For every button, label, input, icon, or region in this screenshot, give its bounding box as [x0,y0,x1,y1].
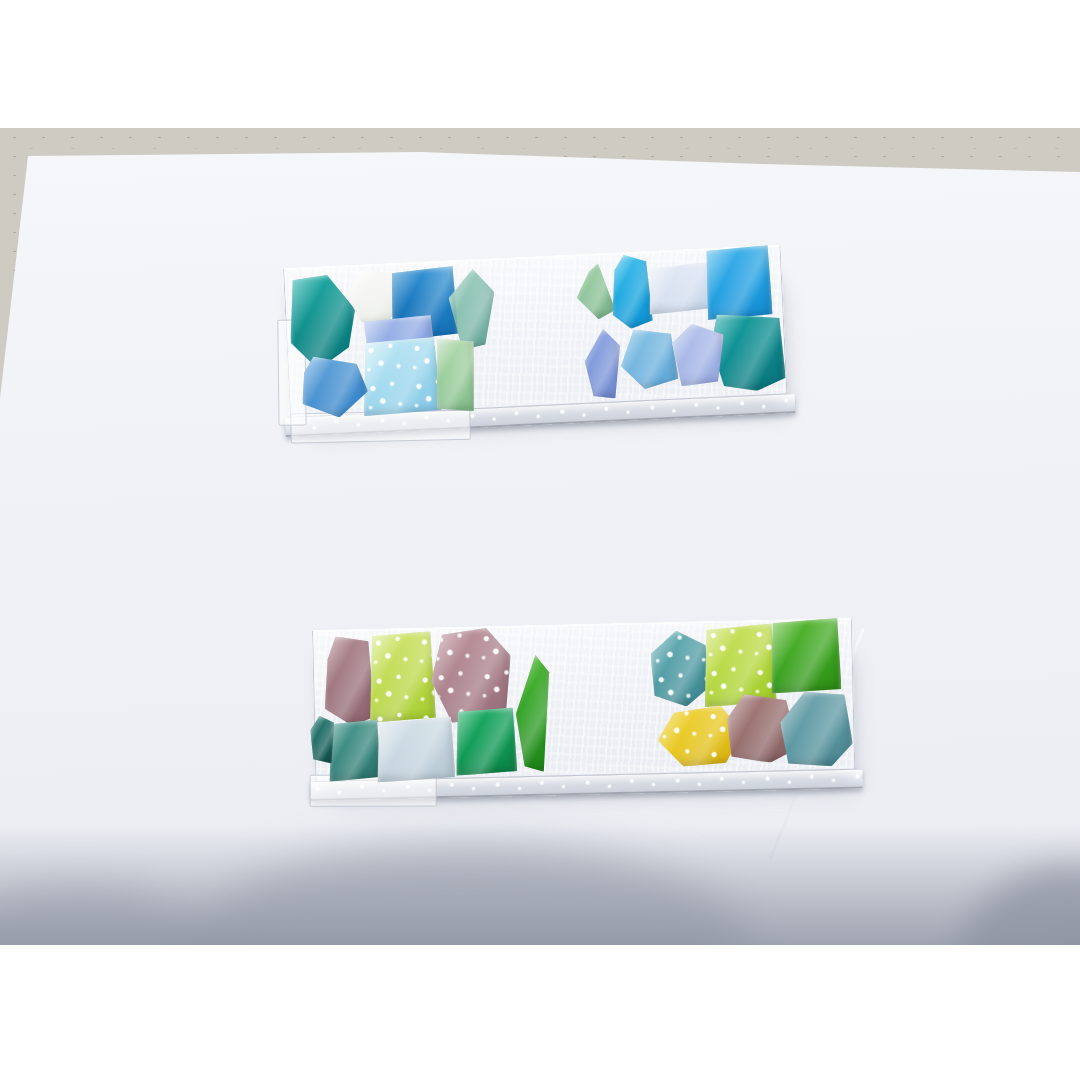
paper-sheet [0,128,1080,945]
bottom-shadow-band [0,825,1080,945]
mosaic-piece-sage-square-tile [434,337,477,413]
mosaic-piece-chartreuse-tile-left [368,631,436,722]
mosaic-piece-chartreuse-tile-right [703,623,777,707]
mosaic-piece-teal-square-tile [328,719,381,781]
mosaic-piece-green-square-tile [770,618,842,694]
mosaic-piece-emerald-square-tile [455,707,518,775]
barrette-green [312,618,855,782]
mosaic-piece-sky-shimmer-tile [360,337,441,417]
mosaic-piece-pale-blue-square [376,717,455,783]
photo-area [0,128,1080,945]
mosaic-piece-bright-blue-tile [705,245,773,320]
photo-canvas [0,0,1080,1080]
barrette-blue [283,245,788,418]
